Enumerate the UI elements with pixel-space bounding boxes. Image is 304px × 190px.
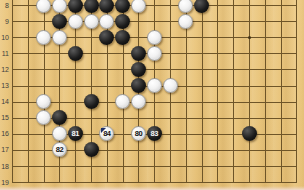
grid-line-vertical [265,0,266,183]
black-stone[interactable] [84,0,99,13]
row-label-16: 16 [0,129,9,138]
row-label-9: 9 [0,17,9,26]
white-stone[interactable] [52,0,67,13]
grid-line-vertical [249,0,250,183]
white-stone[interactable] [131,94,146,109]
row-label-13: 13 [0,81,9,90]
black-stone[interactable] [131,78,146,93]
row-label-8: 8 [0,1,9,10]
row-label-10: 10 [0,33,9,42]
white-stone[interactable] [99,14,114,29]
white-stone[interactable] [163,78,178,93]
move-number: 80 [135,129,142,138]
black-stone[interactable] [84,142,99,157]
black-stone[interactable] [242,126,257,141]
black-stone[interactable] [115,30,130,45]
white-stone[interactable] [147,30,162,45]
grid-line-horizontal [12,182,297,183]
black-stone[interactable] [99,0,114,13]
white-stone[interactable] [36,30,51,45]
move-number: 82 [56,145,63,154]
white-stone[interactable] [84,14,99,29]
white-stone[interactable] [178,0,193,13]
row-label-11: 11 [0,49,9,58]
white-stone[interactable] [52,30,67,45]
row-label-18: 18 [0,162,9,171]
move-83-black-stone[interactable]: 83 [147,126,162,141]
white-stone[interactable] [147,78,162,93]
board-bottom-edge [0,186,304,190]
move-81-black-stone[interactable]: 81 [68,126,83,141]
white-stone[interactable] [52,126,67,141]
grid-line-vertical [281,0,282,183]
move-84-white-stone[interactable]: 84 [99,126,114,141]
move-82-white-stone[interactable]: 82 [52,142,67,157]
white-stone[interactable] [147,46,162,61]
row-label-14: 14 [0,97,9,106]
white-stone[interactable] [36,94,51,109]
last-move-marker-icon [101,128,106,133]
black-stone[interactable] [99,30,114,45]
grid-line-vertical [28,0,29,183]
white-stone[interactable] [115,94,130,109]
white-stone[interactable] [68,14,83,29]
black-stone[interactable] [68,46,83,61]
grid-line-vertical [44,0,45,183]
move-80-white-stone[interactable]: 80 [131,126,146,141]
white-stone[interactable] [36,110,51,125]
move-number: 81 [72,129,79,138]
black-stone[interactable] [52,110,67,125]
black-stone[interactable] [84,94,99,109]
black-stone[interactable] [52,14,67,29]
grid-line-vertical [233,0,234,183]
go-board[interactable]: 8910111213141516171819 8184808382 [0,0,304,190]
grid-line-horizontal [12,166,297,167]
white-stone[interactable] [36,0,51,13]
white-stone[interactable] [178,14,193,29]
black-stone[interactable] [131,46,146,61]
row-label-15: 15 [0,113,9,122]
white-stone[interactable] [131,0,146,13]
black-stone[interactable] [131,62,146,77]
black-stone[interactable] [194,0,209,13]
star-point [248,36,251,39]
row-label-17: 17 [0,145,9,154]
row-label-12: 12 [0,65,9,74]
black-stone[interactable] [68,0,83,13]
grid-line-vertical [296,0,297,183]
black-stone[interactable] [115,14,130,29]
move-number: 83 [151,129,158,138]
grid-line-vertical [217,0,218,183]
grid-line-horizontal [12,69,297,70]
black-stone[interactable] [115,0,130,13]
grid-line-vertical [12,0,13,183]
grid-line-vertical [202,0,203,183]
grid-line-horizontal [12,102,297,103]
